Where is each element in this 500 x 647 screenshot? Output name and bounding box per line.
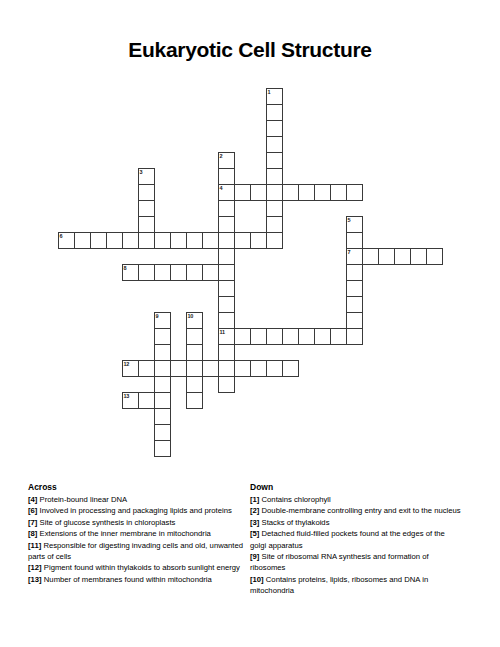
grid-cell-r10c21[interactable] [394, 248, 411, 265]
across-clue-11: [11] Responsible for digesting invading … [28, 540, 251, 563]
grid-cell-r7c10[interactable] [218, 200, 235, 217]
crossword-grid: 12345678910111213 [58, 88, 443, 457]
clue-number-12: 12 [122, 360, 129, 367]
grid-cell-r2c13[interactable] [266, 120, 283, 137]
clue-number-10: 10 [186, 312, 193, 319]
grid-cell-r17c13[interactable] [266, 360, 283, 377]
grid-cell-r6c11[interactable] [234, 184, 251, 201]
clue-number-1: 1 [266, 88, 270, 95]
grid-cell-r8c5[interactable] [138, 216, 155, 233]
grid-cell-r11c18[interactable] [346, 264, 363, 281]
across-clue-7-number: [7] [28, 518, 37, 527]
down-clue-1: [1] Contains chlorophyll [250, 494, 463, 505]
grid-cell-r18c10[interactable] [218, 376, 235, 393]
grid-cell-r15c15[interactable] [298, 328, 315, 345]
grid-cell-r10c10[interactable] [218, 248, 235, 265]
grid-cell-r18c6[interactable] [154, 376, 171, 393]
grid-cell-r17c9[interactable] [202, 360, 219, 377]
grid-cell-r14c18[interactable] [346, 312, 363, 329]
down-clue-3: [3] Stacks of thylakoids [250, 517, 463, 528]
grid-cell-r9c3[interactable] [106, 232, 123, 249]
across-clue-13: [13] Number of membranes found within mi… [28, 574, 251, 585]
across-clue-12-number: [12] [28, 563, 42, 572]
down-clue-3-number: [3] [250, 518, 259, 527]
grid-cell-r15c6[interactable] [154, 328, 171, 345]
grid-cell-r10c22[interactable] [410, 248, 427, 265]
down-header: Down [250, 481, 463, 493]
across-clue-12: [12] Pigment found within thylakoids to … [28, 562, 251, 573]
down-clue-5-number: [5] [250, 529, 259, 538]
grid-cell-r6c16[interactable] [314, 184, 331, 201]
grid-cell-r9c1[interactable] [74, 232, 91, 249]
grid-cell-r4c13[interactable] [266, 152, 283, 169]
grid-cell-r8c13[interactable] [266, 216, 283, 233]
grid-cell-r16c10[interactable] [218, 344, 235, 361]
grid-cell-r12c18[interactable] [346, 280, 363, 297]
grid-cell-r17c7[interactable] [170, 360, 187, 377]
grid-cell-r15c16[interactable] [314, 328, 331, 345]
grid-cell-r17c6[interactable] [154, 360, 171, 377]
grid-cell-r17c14[interactable] [282, 360, 299, 377]
grid-cell-r16c8[interactable] [186, 344, 203, 361]
down-clue-1-number: [1] [250, 495, 259, 504]
across-clues-list: [4] Protein-bound linear DNA[6] Involved… [28, 494, 251, 585]
grid-cell-r5c10[interactable] [218, 168, 235, 185]
down-clue-9: [9] Site of ribosomal RNA synthesis and … [250, 551, 463, 574]
grid-cell-r6c15[interactable] [298, 184, 315, 201]
clue-number-9: 9 [154, 312, 158, 319]
grid-cell-r11c10[interactable] [218, 264, 235, 281]
across-clue-7: [7] Site of glucose synthesis in chlorop… [28, 517, 251, 528]
grid-cell-r5c13[interactable] [266, 168, 283, 185]
clue-number-6: 6 [58, 232, 62, 239]
across-clue-4: [4] Protein-bound linear DNA [28, 494, 251, 505]
down-clue-2-number: [2] [250, 506, 259, 515]
grid-cell-r9c9[interactable] [202, 232, 219, 249]
across-header: Across [28, 481, 251, 493]
grid-cell-r7c13[interactable] [266, 200, 283, 217]
grid-cell-r10c20[interactable] [378, 248, 395, 265]
grid-cell-r9c5[interactable] [138, 232, 155, 249]
down-clues-list: [1] Contains chlorophyll[2] Double-membr… [250, 494, 463, 597]
grid-cell-r17c12[interactable] [250, 360, 267, 377]
across-clue-11-number: [11] [28, 541, 41, 550]
across-clue-6-number: [6] [28, 506, 37, 515]
grid-cell-r15c11[interactable] [234, 328, 251, 345]
grid-cell-r11c5[interactable] [138, 264, 155, 281]
clue-number-4: 4 [218, 184, 222, 191]
clue-number-11: 11 [218, 328, 225, 335]
clue-number-5: 5 [346, 216, 350, 223]
grid-cell-r6c18[interactable] [346, 184, 363, 201]
grid-cell-r6c5[interactable] [138, 184, 155, 201]
across-clue-8-number: [8] [28, 529, 37, 538]
across-clues-section: Across [4] Protein-bound linear DNA[6] I… [28, 481, 251, 585]
down-clue-5: [5] Detached fluid-filled pockets found … [250, 528, 463, 551]
grid-cell-r17c5[interactable] [138, 360, 155, 377]
grid-cell-r22c6[interactable] [154, 440, 171, 457]
grid-cell-r12c10[interactable] [218, 280, 235, 297]
across-clue-6: [6] Involved in processing and packaging… [28, 505, 251, 516]
grid-cell-r15c17[interactable] [330, 328, 347, 345]
grid-cell-r20c6[interactable] [154, 408, 171, 425]
grid-cell-r9c4[interactable] [122, 232, 139, 249]
across-clue-8: [8] Extensions of the inner membrane in … [28, 528, 251, 539]
grid-cell-r15c12[interactable] [250, 328, 267, 345]
grid-cell-r17c11[interactable] [234, 360, 251, 377]
down-clues-section: Down [1] Contains chlorophyll[2] Double-… [250, 481, 463, 597]
clue-number-13: 13 [122, 392, 129, 399]
clue-number-2: 2 [218, 152, 222, 159]
grid-cell-r19c6[interactable] [154, 392, 171, 409]
grid-cell-r3c13[interactable] [266, 136, 283, 153]
grid-cell-r9c2[interactable] [90, 232, 107, 249]
grid-cell-r11c7[interactable] [170, 264, 187, 281]
across-clue-4-number: [4] [28, 495, 37, 504]
grid-cell-r1c13[interactable] [266, 104, 283, 121]
grid-cell-r9c7[interactable] [170, 232, 187, 249]
grid-cell-r15c13[interactable] [266, 328, 283, 345]
down-clue-9-number: [9] [250, 552, 259, 561]
grid-cell-r7c5[interactable] [138, 200, 155, 217]
clue-number-3: 3 [138, 168, 142, 175]
grid-cell-r15c8[interactable] [186, 328, 203, 345]
grid-cell-r10c19[interactable] [362, 248, 379, 265]
grid-cell-r15c18[interactable] [346, 328, 363, 345]
grid-cell-r11c6[interactable] [154, 264, 171, 281]
down-clue-10-number: [10] [250, 575, 264, 584]
grid-cell-r16c6[interactable] [154, 344, 171, 361]
grid-cell-r6c13[interactable] [266, 184, 283, 201]
grid-cell-r6c14[interactable] [282, 184, 299, 201]
grid-cell-r19c8[interactable] [186, 392, 203, 409]
grid-cell-r11c8[interactable] [186, 264, 203, 281]
grid-cell-r9c10[interactable] [218, 232, 235, 249]
down-clue-2: [2] Double-membrane controlling entry an… [250, 505, 463, 516]
grid-cell-r6c17[interactable] [330, 184, 347, 201]
grid-cell-r17c8[interactable] [186, 360, 203, 377]
grid-cell-r9c12[interactable] [250, 232, 267, 249]
clue-number-8: 8 [122, 264, 126, 271]
grid-cell-r13c10[interactable] [218, 296, 235, 313]
grid-cell-r19c5[interactable] [138, 392, 155, 409]
grid-cell-r21c6[interactable] [154, 424, 171, 441]
grid-cell-r6c12[interactable] [250, 184, 267, 201]
grid-cell-r14c10[interactable] [218, 312, 235, 329]
down-clue-10: [10] Contains proteins, lipids, ribosome… [250, 574, 463, 597]
grid-cell-r18c8[interactable] [186, 376, 203, 393]
grid-cell-r13c18[interactable] [346, 296, 363, 313]
grid-cell-r9c11[interactable] [234, 232, 251, 249]
grid-cell-r17c10[interactable] [218, 360, 235, 377]
clue-number-7: 7 [346, 248, 350, 255]
grid-cell-r9c13[interactable] [266, 232, 283, 249]
page-title: Eukaryotic Cell Structure [0, 38, 500, 62]
grid-cell-r9c8[interactable] [186, 232, 203, 249]
grid-cell-r11c9[interactable] [202, 264, 219, 281]
grid-cell-r9c18[interactable] [346, 232, 363, 249]
grid-cell-r9c6[interactable] [154, 232, 171, 249]
across-clue-13-number: [13] [28, 575, 42, 584]
grid-cell-r15c14[interactable] [282, 328, 299, 345]
grid-cell-r10c23[interactable] [426, 248, 443, 265]
grid-cell-r8c10[interactable] [218, 216, 235, 233]
